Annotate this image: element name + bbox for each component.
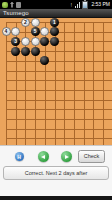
result-message-bar[interactable]: Correct. Next 2 days after bbox=[3, 166, 109, 180]
move-number-label: 4 bbox=[5, 27, 8, 36]
hint-button[interactable]: H bbox=[15, 152, 24, 161]
previous-move-button[interactable] bbox=[38, 151, 49, 162]
board-grid-hline bbox=[6, 80, 112, 81]
sd-card-icon bbox=[16, 2, 21, 8]
stone-black-F18 bbox=[50, 27, 59, 36]
title-bar: Tsumego bbox=[0, 9, 112, 18]
bottom-strip bbox=[0, 196, 112, 200]
stone-black-B17: 3 bbox=[11, 37, 20, 46]
stone-white-C19: 2 bbox=[21, 18, 30, 27]
alert-icon: ! bbox=[70, 2, 73, 8]
board-grid-hline bbox=[6, 109, 112, 110]
board-grid-hline bbox=[6, 100, 112, 101]
stone-black-E17 bbox=[40, 37, 49, 46]
board-grid-hline bbox=[6, 61, 112, 62]
board-grid-hline bbox=[6, 119, 112, 120]
stone-white-D19 bbox=[31, 18, 40, 27]
next-move-button[interactable] bbox=[61, 151, 72, 162]
stone-white-C17 bbox=[21, 37, 30, 46]
move-number-label: 2 bbox=[24, 18, 27, 27]
status-bar: ! 2:53 PM bbox=[0, 0, 112, 9]
battery-icon bbox=[82, 1, 88, 9]
board-grid-hline bbox=[6, 129, 112, 130]
check-button[interactable]: Check bbox=[78, 150, 105, 163]
move-number-label: 5 bbox=[34, 27, 37, 36]
check-button-label: Check bbox=[84, 153, 100, 159]
board-grid-hline bbox=[6, 138, 112, 139]
left-arrow-icon bbox=[41, 155, 45, 159]
stone-white-A18: 4 bbox=[2, 27, 11, 36]
go-board[interactable]: 21453 bbox=[0, 18, 112, 145]
controls-panel: H Check Correct. Next 2 days after bbox=[0, 145, 112, 196]
stone-black-D18: 5 bbox=[31, 27, 40, 36]
stone-black-B16 bbox=[11, 47, 20, 56]
stone-black-F17 bbox=[50, 37, 59, 46]
stone-white-B18 bbox=[11, 27, 20, 36]
status-time: 2:53 PM bbox=[91, 0, 110, 9]
stone-black-E15 bbox=[40, 56, 49, 65]
usb-icon bbox=[10, 2, 14, 8]
stone-white-E18 bbox=[40, 27, 49, 36]
signal-bars-icon bbox=[75, 2, 80, 8]
stone-black-C16 bbox=[21, 47, 30, 56]
stone-white-D17 bbox=[31, 37, 40, 46]
board-grid-hline bbox=[6, 32, 112, 33]
move-number-label: 1 bbox=[53, 18, 56, 27]
move-number-label: 3 bbox=[14, 37, 17, 46]
stone-black-D16 bbox=[31, 47, 40, 56]
stone-black-F19: 1 bbox=[50, 18, 59, 27]
app-notification-icon bbox=[2, 2, 8, 8]
board-grid-hline bbox=[6, 90, 112, 91]
board-grid-hline bbox=[6, 71, 112, 72]
app-title: Tsumego bbox=[3, 10, 29, 16]
right-arrow-icon bbox=[65, 155, 69, 159]
hint-icon: H bbox=[17, 154, 21, 160]
result-message-text: Correct. Next 2 days after bbox=[25, 170, 88, 176]
